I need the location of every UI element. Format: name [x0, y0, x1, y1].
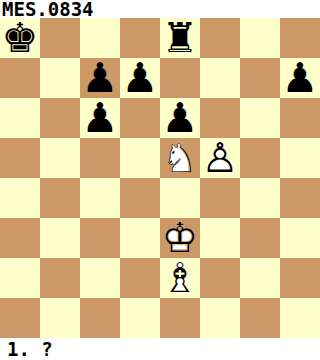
- square-b1[interactable]: [40, 298, 80, 338]
- square-h4[interactable]: [280, 178, 320, 218]
- square-c2[interactable]: [80, 258, 120, 298]
- white-king-backing: ♚: [160, 218, 200, 258]
- square-c7[interactable]: ♟: [80, 58, 120, 98]
- header-bar: MES.0834: [0, 0, 320, 18]
- square-f7[interactable]: [200, 58, 240, 98]
- square-a4[interactable]: [0, 178, 40, 218]
- square-c1[interactable]: [80, 298, 120, 338]
- square-h6[interactable]: [280, 98, 320, 138]
- white-pawn-backing: ♟: [200, 138, 240, 178]
- square-h7[interactable]: ♟: [280, 58, 320, 98]
- square-a8[interactable]: ♚: [0, 18, 40, 58]
- square-b4[interactable]: [40, 178, 80, 218]
- square-a2[interactable]: [0, 258, 40, 298]
- square-d6[interactable]: [120, 98, 160, 138]
- square-f3[interactable]: [200, 218, 240, 258]
- square-b5[interactable]: [40, 138, 80, 178]
- square-c8[interactable]: [80, 18, 120, 58]
- square-h3[interactable]: [280, 218, 320, 258]
- square-e4[interactable]: [160, 178, 200, 218]
- square-f1[interactable]: [200, 298, 240, 338]
- square-f5[interactable]: ♟♙: [200, 138, 240, 178]
- square-g1[interactable]: [240, 298, 280, 338]
- piece-black-pawn: ♟: [280, 58, 320, 98]
- square-c5[interactable]: [80, 138, 120, 178]
- square-a7[interactable]: [0, 58, 40, 98]
- piece-black-rook: ♜: [160, 18, 200, 58]
- square-g2[interactable]: [240, 258, 280, 298]
- piece-white-knight: ♘: [160, 138, 200, 178]
- piece-white-bishop: ♗: [160, 258, 200, 298]
- square-e6[interactable]: ♟: [160, 98, 200, 138]
- square-g5[interactable]: [240, 138, 280, 178]
- square-d4[interactable]: [120, 178, 160, 218]
- square-b8[interactable]: [40, 18, 80, 58]
- square-b3[interactable]: [40, 218, 80, 258]
- square-f2[interactable]: [200, 258, 240, 298]
- piece-black-pawn: ♟: [80, 58, 120, 98]
- piece-white-king: ♔: [160, 218, 200, 258]
- move-prompt-label: 1. ?: [0, 338, 53, 360]
- square-g4[interactable]: [240, 178, 280, 218]
- square-d5[interactable]: [120, 138, 160, 178]
- chess-diagram-app: MES.0834 ♚♜♟♟♟♟♟♞♘♟♙♚♔♝♗ 1. ?: [0, 0, 320, 360]
- chess-board: ♚♜♟♟♟♟♟♞♘♟♙♚♔♝♗: [0, 18, 320, 338]
- square-e8[interactable]: ♜: [160, 18, 200, 58]
- square-e1[interactable]: [160, 298, 200, 338]
- white-bishop-backing: ♝: [160, 258, 200, 298]
- square-d3[interactable]: [120, 218, 160, 258]
- square-c3[interactable]: [80, 218, 120, 258]
- square-c6[interactable]: ♟: [80, 98, 120, 138]
- square-f8[interactable]: [200, 18, 240, 58]
- square-h2[interactable]: [280, 258, 320, 298]
- square-f4[interactable]: [200, 178, 240, 218]
- piece-black-king: ♚: [0, 18, 40, 58]
- square-f6[interactable]: [200, 98, 240, 138]
- square-h1[interactable]: [280, 298, 320, 338]
- square-b7[interactable]: [40, 58, 80, 98]
- square-c4[interactable]: [80, 178, 120, 218]
- square-b2[interactable]: [40, 258, 80, 298]
- square-e3[interactable]: ♚♔: [160, 218, 200, 258]
- square-a6[interactable]: [0, 98, 40, 138]
- piece-black-pawn: ♟: [160, 98, 200, 138]
- square-h5[interactable]: [280, 138, 320, 178]
- piece-white-pawn: ♙: [200, 138, 240, 178]
- puzzle-id-label: MES.0834: [0, 0, 94, 18]
- square-e7[interactable]: [160, 58, 200, 98]
- square-b6[interactable]: [40, 98, 80, 138]
- square-g8[interactable]: [240, 18, 280, 58]
- square-g7[interactable]: [240, 58, 280, 98]
- square-e2[interactable]: ♝♗: [160, 258, 200, 298]
- piece-black-pawn: ♟: [80, 98, 120, 138]
- square-e5[interactable]: ♞♘: [160, 138, 200, 178]
- white-knight-backing: ♞: [160, 138, 200, 178]
- square-a3[interactable]: [0, 218, 40, 258]
- square-d1[interactable]: [120, 298, 160, 338]
- footer-bar: 1. ?: [0, 338, 320, 360]
- piece-black-pawn: ♟: [120, 58, 160, 98]
- square-a1[interactable]: [0, 298, 40, 338]
- square-g6[interactable]: [240, 98, 280, 138]
- square-d2[interactable]: [120, 258, 160, 298]
- square-h8[interactable]: [280, 18, 320, 58]
- square-d8[interactable]: [120, 18, 160, 58]
- square-a5[interactable]: [0, 138, 40, 178]
- square-g3[interactable]: [240, 218, 280, 258]
- square-d7[interactable]: ♟: [120, 58, 160, 98]
